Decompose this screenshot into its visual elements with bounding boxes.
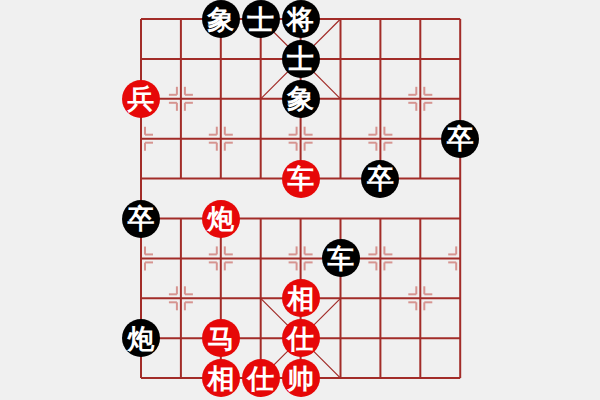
piece-black-cannon[interactable]: 炮 [122,319,160,357]
piece-red-horse[interactable]: 马 [202,319,240,357]
piece-red-soldier-1[interactable]: 兵 [122,80,160,118]
piece-red-advisor-2[interactable]: 仕 [242,359,280,397]
piece-red-general[interactable]: 帅 [282,359,320,397]
piece-red-elephant-1[interactable]: 相 [282,279,320,317]
piece-black-soldier-2[interactable]: 卒 [361,160,399,198]
piece-red-cannon[interactable]: 炮 [202,200,240,238]
xiangqi-board: 象士将士象兵卒车卒卒炮车相炮马仕相仕帅 [0,0,600,400]
piece-red-chariot[interactable]: 车 [282,160,320,198]
piece-black-elephant-2[interactable]: 象 [282,80,320,118]
piece-black-soldier-3[interactable]: 卒 [122,200,160,238]
piece-black-chariot[interactable]: 车 [322,239,360,277]
piece-black-elephant-1[interactable]: 象 [202,0,240,38]
piece-black-soldier-1[interactable]: 卒 [441,120,479,158]
piece-red-advisor-1[interactable]: 仕 [282,319,320,357]
piece-black-advisor-1[interactable]: 士 [242,0,280,38]
piece-black-general[interactable]: 将 [282,0,320,38]
piece-black-advisor-2[interactable]: 士 [282,40,320,78]
piece-red-elephant-2[interactable]: 相 [202,359,240,397]
